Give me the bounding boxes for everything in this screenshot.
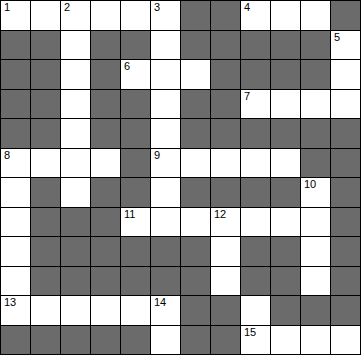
block-cell: [121, 178, 150, 207]
crossword-cell[interactable]: [61, 90, 90, 119]
crossword-cell[interactable]: [301, 326, 330, 355]
crossword-cell[interactable]: [31, 296, 60, 325]
crossword-cell[interactable]: [1, 267, 30, 296]
clue-number: 8: [4, 149, 10, 162]
block-cell: [271, 60, 300, 89]
crossword-cell[interactable]: [331, 90, 360, 119]
block-cell: [211, 119, 240, 148]
crossword-cell[interactable]: [151, 326, 180, 355]
crossword-cell[interactable]: [301, 267, 330, 296]
block-cell: [241, 178, 270, 207]
crossword-cell[interactable]: [31, 149, 60, 178]
block-cell: [211, 90, 240, 119]
block-cell: [181, 90, 210, 119]
crossword-cell[interactable]: [241, 149, 270, 178]
crossword-cell[interactable]: 12: [211, 208, 240, 237]
clue-number: 12: [214, 208, 226, 221]
crossword-cell[interactable]: [271, 326, 300, 355]
block-cell: [271, 237, 300, 266]
crossword-cell[interactable]: [1, 237, 30, 266]
block-cell: [181, 119, 210, 148]
block-cell: [91, 208, 120, 237]
block-cell: [241, 119, 270, 148]
crossword-cell[interactable]: [121, 1, 150, 30]
block-cell: [31, 119, 60, 148]
block-cell: [331, 119, 360, 148]
crossword-cell[interactable]: 10: [301, 178, 330, 207]
crossword-cell[interactable]: [301, 1, 330, 30]
block-cell: [31, 326, 60, 355]
crossword-cell[interactable]: [271, 149, 300, 178]
crossword-cell[interactable]: 13: [1, 296, 30, 325]
crossword-cell[interactable]: [151, 119, 180, 148]
block-cell: [301, 60, 330, 89]
block-cell: [211, 296, 240, 325]
block-cell: [91, 267, 120, 296]
crossword-cell[interactable]: [301, 208, 330, 237]
block-cell: [1, 90, 30, 119]
block-cell: [91, 90, 120, 119]
block-cell: [271, 119, 300, 148]
crossword-cell[interactable]: [91, 296, 120, 325]
block-cell: [181, 178, 210, 207]
block-cell: [121, 31, 150, 60]
crossword-cell[interactable]: [61, 149, 90, 178]
block-cell: [241, 60, 270, 89]
crossword-cell[interactable]: 15: [241, 326, 270, 355]
block-cell: [271, 296, 300, 325]
crossword-cell[interactable]: [1, 208, 30, 237]
clue-number: 10: [304, 178, 316, 191]
block-cell: [31, 90, 60, 119]
block-cell: [301, 149, 330, 178]
crossword-cell[interactable]: [1, 178, 30, 207]
crossword-cell[interactable]: [301, 90, 330, 119]
crossword-cell[interactable]: [271, 208, 300, 237]
clue-number: 2: [64, 1, 70, 14]
block-cell: [61, 208, 90, 237]
block-cell: [211, 1, 240, 30]
block-cell: [331, 1, 360, 30]
block-cell: [31, 60, 60, 89]
block-cell: [61, 237, 90, 266]
block-cell: [121, 149, 150, 178]
crossword-grid: 123456789101112131415: [0, 0, 361, 355]
block-cell: [331, 178, 360, 207]
block-cell: [301, 31, 330, 60]
block-cell: [91, 326, 120, 355]
block-cell: [121, 326, 150, 355]
crossword-cell[interactable]: 8: [1, 149, 30, 178]
block-cell: [241, 31, 270, 60]
block-cell: [1, 60, 30, 89]
block-cell: [31, 208, 60, 237]
block-cell: [181, 267, 210, 296]
block-cell: [181, 296, 210, 325]
block-cell: [31, 178, 60, 207]
crossword-cell[interactable]: [181, 208, 210, 237]
clue-number: 11: [124, 208, 135, 221]
block-cell: [301, 119, 330, 148]
block-cell: [241, 267, 270, 296]
crossword-cell[interactable]: [241, 208, 270, 237]
clue-number: 14: [154, 296, 166, 309]
block-cell: [121, 90, 150, 119]
block-cell: [91, 31, 120, 60]
block-cell: [211, 326, 240, 355]
block-cell: [331, 267, 360, 296]
block-cell: [121, 237, 150, 266]
crossword-cell[interactable]: [151, 60, 180, 89]
crossword-cell[interactable]: [61, 178, 90, 207]
block-cell: [61, 326, 90, 355]
crossword-cell[interactable]: [331, 326, 360, 355]
block-cell: [31, 31, 60, 60]
clue-number: 3: [154, 1, 160, 14]
crossword-cell[interactable]: [211, 267, 240, 296]
block-cell: [91, 237, 120, 266]
crossword-cell[interactable]: 9: [151, 149, 180, 178]
block-cell: [181, 31, 210, 60]
crossword-cell[interactable]: [91, 1, 120, 30]
block-cell: [211, 60, 240, 89]
block-cell: [241, 237, 270, 266]
clue-number: 6: [124, 60, 130, 73]
crossword-cell[interactable]: [241, 296, 270, 325]
crossword-cell[interactable]: [61, 296, 90, 325]
crossword-cell[interactable]: [61, 119, 90, 148]
block-cell: [181, 326, 210, 355]
crossword-cell[interactable]: [211, 237, 240, 266]
crossword-cell[interactable]: 2: [61, 1, 90, 30]
block-cell: [1, 326, 30, 355]
block-cell: [211, 31, 240, 60]
clue-number: 4: [244, 1, 250, 14]
crossword-cell[interactable]: 4: [241, 1, 270, 30]
crossword-cell[interactable]: [91, 149, 120, 178]
block-cell: [271, 31, 300, 60]
block-cell: [151, 237, 180, 266]
block-cell: [301, 296, 330, 325]
clue-number: 13: [4, 296, 16, 309]
block-cell: [91, 119, 120, 148]
crossword-cell[interactable]: [31, 1, 60, 30]
crossword-cell[interactable]: [61, 31, 90, 60]
crossword-cell[interactable]: [151, 208, 180, 237]
block-cell: [91, 60, 120, 89]
crossword-cell[interactable]: [151, 90, 180, 119]
crossword-cell[interactable]: [271, 90, 300, 119]
block-cell: [331, 208, 360, 237]
block-cell: [271, 178, 300, 207]
crossword-cell[interactable]: [271, 1, 300, 30]
block-cell: [211, 178, 240, 207]
crossword-cell[interactable]: [151, 31, 180, 60]
clue-number: 7: [244, 90, 250, 103]
block-cell: [31, 237, 60, 266]
crossword-cell[interactable]: 11: [121, 208, 150, 237]
block-cell: [331, 237, 360, 266]
crossword-cell[interactable]: 1: [1, 1, 30, 30]
block-cell: [61, 267, 90, 296]
block-cell: [151, 267, 180, 296]
clue-number: 9: [154, 149, 160, 162]
clue-number: 15: [244, 326, 256, 339]
crossword-cell[interactable]: 3: [151, 1, 180, 30]
crossword-cell[interactable]: 6: [121, 60, 150, 89]
block-cell: [181, 1, 210, 30]
block-cell: [121, 119, 150, 148]
block-cell: [271, 267, 300, 296]
crossword-cell[interactable]: [151, 178, 180, 207]
clue-number: 1: [4, 1, 10, 14]
block-cell: [1, 119, 30, 148]
block-cell: [331, 149, 360, 178]
block-cell: [31, 267, 60, 296]
block-cell: [121, 267, 150, 296]
crossword-cell[interactable]: [181, 60, 210, 89]
crossword-cell[interactable]: [121, 296, 150, 325]
block-cell: [181, 237, 210, 266]
crossword-cell[interactable]: [211, 149, 240, 178]
clue-number: 5: [334, 31, 340, 44]
crossword-cell[interactable]: 5: [331, 31, 360, 60]
crossword-cell[interactable]: 14: [151, 296, 180, 325]
block-cell: [1, 31, 30, 60]
crossword-cell[interactable]: 7: [241, 90, 270, 119]
crossword-cell[interactable]: [181, 149, 210, 178]
block-cell: [91, 178, 120, 207]
crossword-cell[interactable]: [331, 60, 360, 89]
block-cell: [331, 296, 360, 325]
crossword-cell[interactable]: [61, 60, 90, 89]
crossword-cell[interactable]: [301, 237, 330, 266]
